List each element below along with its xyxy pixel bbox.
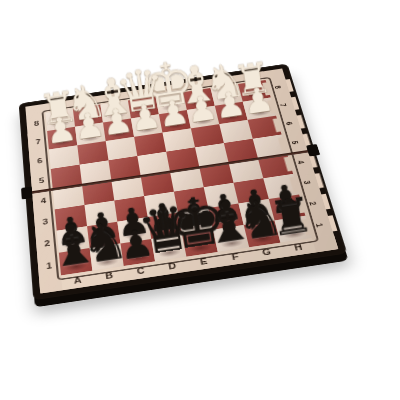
piece-shadow (250, 233, 276, 245)
square-d1: ♛ (151, 234, 186, 261)
chess-board: ABCDEFGH8♜♞♝♛♚♝♞♜87♟♟♟♟♟♟♟♟7665544332♟♟♟… (19, 63, 348, 300)
file-label-front-h: H (281, 238, 317, 257)
border-corner (39, 275, 62, 293)
scene-rotation-wrapper: ABCDEFGH8♜♞♝♛♚♝♞♜87♟♟♟♟♟♟♟♟7665544332♟♟♟… (0, 0, 379, 399)
file-label-front-e: E (186, 252, 221, 271)
chess-set-product-photo: ABCDEFGH8♜♞♝♛♚♝♞♜87♟♟♟♟♟♟♟♟7665544332♟♟♟… (0, 0, 400, 400)
hinge-left (21, 187, 33, 200)
border-corner (312, 235, 338, 253)
square-f5 (195, 143, 229, 167)
file-label-front-c: C (124, 261, 158, 280)
square-c1: ♟ (120, 239, 155, 266)
rank-label-right-5: 5 (278, 134, 311, 152)
file-label-front-b: B (92, 266, 125, 285)
file-label-front-a: A (61, 271, 94, 291)
piece-shadow (95, 256, 120, 268)
perspective-wrapper: ABCDEFGH8♜♞♝♛♚♝♞♜87♟♟♟♟♟♟♟♟7665544332♟♟♟… (0, 0, 379, 399)
piece-shadow (219, 237, 245, 249)
square-b1: ♞ (90, 243, 124, 270)
square-c5 (108, 156, 140, 180)
square-g4 (229, 158, 264, 183)
file-label-front-g: G (249, 243, 284, 262)
board-grid: ABCDEFGH8♜♞♝♛♚♝♞♜87♟♟♟♟♟♟♟♟7665544332♟♟♟… (25, 68, 338, 293)
rank-label-right-6: 6 (273, 115, 306, 132)
file-label-front-f: F (218, 247, 253, 266)
square-b5 (80, 160, 112, 184)
file-label-front-d: D (155, 257, 189, 276)
